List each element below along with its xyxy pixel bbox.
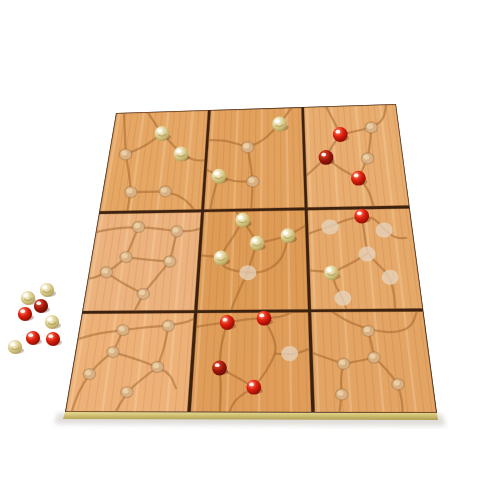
marble-highlight [216,253,221,257]
marble-highlight [214,172,219,176]
marble-highlight [249,383,254,387]
marble-highlight [238,216,243,220]
reserve-marble-red_dark-2[interactable] [34,299,48,313]
node-divot-highlight [364,327,370,332]
node-divot-highlight [367,124,373,129]
marble-cream-on-r0c0[interactable] [174,147,189,162]
node-divot-faint [359,247,376,262]
marble-highlight [354,174,359,178]
marble-cream-on-r1c2[interactable] [324,265,339,280]
marble-red-on-r1c2[interactable] [354,209,369,224]
node-divot-highlight [249,178,255,183]
node-divot-highlight [102,268,108,273]
node-divot-faint [321,219,338,234]
node-divot-highlight [85,370,91,375]
node-divot-highlight [166,258,172,263]
reserve-marble-cream-7[interactable] [8,340,22,354]
node-divot-highlight [394,380,400,385]
node-divot-highlight [243,143,249,148]
marble-highlight [23,293,28,297]
node-divot-highlight [123,388,129,393]
node-divot-highlight [173,227,179,232]
node-divot-highlight [164,322,170,327]
marble-cream-on-r1c1[interactable] [214,251,229,266]
marble-red-on-r0c2[interactable] [351,171,366,186]
node-divot-highlight [370,354,376,359]
node-divot-faint [334,291,351,306]
marble-red-on-r2c1[interactable] [220,315,235,330]
marble-highlight [36,301,41,305]
node-divot-faint [281,346,298,361]
reserve-marble-red-3[interactable] [18,307,32,321]
marble-cream-on-r0c1[interactable] [212,169,227,184]
marble-highlight [357,211,362,215]
marble-highlight [336,130,341,134]
marble-highlight [223,318,228,322]
reserve-marble-cream-1[interactable] [21,291,35,305]
marble-cream-on-r1c1[interactable] [281,228,296,243]
marble-red_dark-on-r0c2[interactable] [319,150,334,165]
marble-red-on-r0c2[interactable] [333,127,348,142]
marble-highlight [157,129,162,133]
marble-highlight [42,285,47,289]
board-side-edge [63,412,438,420]
node-divot-highlight [121,151,127,156]
node-divot-faint [382,270,399,285]
marble-highlight [28,333,33,337]
node-divot-highlight [339,360,345,365]
marble-highlight [327,268,332,272]
marble-highlight [215,363,220,367]
node-divot-highlight [122,253,128,258]
marble-highlight [47,317,52,321]
marble-highlight [275,119,280,123]
marble-cream-on-r1c1[interactable] [235,213,250,228]
marble-highlight [48,334,53,338]
marble-highlight [321,153,326,157]
marble-highlight [20,309,25,313]
node-divot-faint [376,223,393,238]
marble-highlight [252,239,257,243]
marble-highlight [259,314,264,318]
marble-highlight [176,149,181,153]
marble-highlight [283,231,288,235]
node-divot-highlight [109,348,115,353]
photo-canvas [0,0,500,500]
marble-highlight [10,342,15,346]
node-divot-highlight [337,391,343,396]
node-divot-highlight [161,188,167,193]
reserve-marble-cream-4[interactable] [45,315,59,329]
node-divot-highlight [134,223,140,228]
reserve-marble-red-6[interactable] [46,332,60,346]
board-photo [0,0,500,500]
marble-red-on-r2c1[interactable] [246,380,261,395]
reserve-marble-cream-0[interactable] [40,283,54,297]
marble-red-on-r2c1[interactable] [257,311,272,326]
node-divot-highlight [363,155,369,160]
reserve-marble-red-5[interactable] [26,331,40,345]
node-divot-highlight [119,326,125,331]
node-divot-faint [239,265,256,280]
marble-cream-on-r0c0[interactable] [155,126,170,141]
node-divot-highlight [153,363,159,368]
node-divot-highlight [127,188,133,193]
marble-cream-on-r1c1[interactable] [250,236,265,251]
node-divot-highlight [139,290,145,295]
marble-red_dark-on-r2c1[interactable] [212,361,227,376]
marble-cream-on-r0c1[interactable] [272,117,287,132]
